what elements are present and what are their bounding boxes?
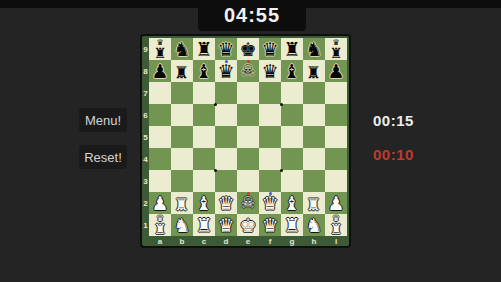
square-g7[interactable] [281, 82, 303, 104]
piece-black-pawn: ♟ [327, 62, 344, 81]
file-label-f: f [259, 236, 281, 246]
piece-black-queen: ♛ [217, 40, 234, 59]
square-c4[interactable] [193, 148, 215, 170]
square-g2[interactable]: ♝ [281, 192, 303, 214]
square-b4[interactable] [171, 148, 193, 170]
piece-white-bishop: ♝ [195, 194, 212, 213]
square-i9[interactable]: ♛♜ [325, 38, 347, 60]
piece-white-catapult: ♜ [174, 195, 189, 212]
square-f5[interactable] [259, 126, 281, 148]
square-c7[interactable] [193, 82, 215, 104]
square-a7[interactable] [149, 82, 171, 104]
piece-black-ornate-queen: ♛ [261, 62, 278, 81]
reset-button-label: Reset! [84, 150, 122, 165]
square-g1[interactable]: ♜ [281, 214, 303, 236]
square-e6[interactable] [237, 104, 259, 126]
file-labels: abcdefghi [149, 236, 347, 246]
square-f3[interactable] [259, 170, 281, 192]
square-c3[interactable] [193, 170, 215, 192]
square-h7[interactable] [303, 82, 325, 104]
square-f4[interactable] [259, 148, 281, 170]
rank-label-5: 5 [142, 126, 149, 148]
square-d6[interactable] [215, 104, 237, 126]
square-g6[interactable] [281, 104, 303, 126]
square-d7[interactable] [215, 82, 237, 104]
piece-black-rook: ♜ [283, 40, 300, 59]
square-d8[interactable]: ♛ [215, 60, 237, 82]
blue-tip-icon [225, 60, 228, 63]
square-c2[interactable]: ♝ [193, 192, 215, 214]
piece-white-pawn: ♟ [151, 194, 168, 213]
sector-dot [280, 103, 283, 106]
square-c6[interactable] [193, 104, 215, 126]
square-g3[interactable] [281, 170, 303, 192]
piece-black-bishop: ♝ [283, 62, 300, 81]
piece-black-catapult: ♜ [306, 63, 321, 80]
sector-dot [280, 169, 283, 172]
square-e8[interactable]: ☠ [237, 60, 259, 82]
clock-top: 00:15 [373, 112, 414, 129]
file-label-c: c [193, 236, 215, 246]
piece-black-catapult: ♜ [174, 63, 189, 80]
square-d3[interactable] [215, 170, 237, 192]
square-g9[interactable]: ♜ [281, 38, 303, 60]
file-label-e: e [237, 236, 259, 246]
square-d5[interactable] [215, 126, 237, 148]
reset-button[interactable]: Reset! [79, 145, 127, 169]
square-a5[interactable] [149, 126, 171, 148]
piece-black-rook: ♜ [195, 40, 212, 59]
square-b5[interactable] [171, 126, 193, 148]
main-timer: 04:55 [198, 0, 306, 31]
piece-white-crowned-rook: ♛♜ [154, 215, 167, 236]
piece-white-knight: ♞ [305, 216, 322, 235]
piece-white-knight: ♞ [173, 216, 190, 235]
square-d1[interactable]: ♛ [215, 214, 237, 236]
square-g5[interactable] [281, 126, 303, 148]
rank-label-7: 7 [142, 82, 149, 104]
menu-button-label: Menu! [85, 113, 121, 128]
piece-white-ornate-queen: ♛ [217, 194, 234, 213]
square-c8[interactable]: ♝ [193, 60, 215, 82]
square-g4[interactable] [281, 148, 303, 170]
square-f9[interactable]: ♛ [259, 38, 281, 60]
file-label-a: a [149, 236, 171, 246]
square-a2[interactable]: ♟ [149, 192, 171, 214]
piece-black-bishop: ♝ [195, 62, 212, 81]
piece-black-queen: ♛ [261, 40, 278, 59]
square-h9[interactable]: ♞ [303, 38, 325, 60]
square-i8[interactable]: ♟ [325, 60, 347, 82]
square-b7[interactable] [171, 82, 193, 104]
square-i1[interactable]: ♛♜ [325, 214, 347, 236]
square-d9[interactable]: ♛ [215, 38, 237, 60]
file-label-g: g [281, 236, 303, 246]
piece-white-bishop: ♝ [283, 194, 300, 213]
rook-base-icon: ♜ [330, 222, 343, 236]
square-e9[interactable]: ♚ [237, 38, 259, 60]
rook-base-icon: ♜ [330, 46, 343, 60]
piece-black-king: ♚ [239, 40, 256, 59]
main-timer-value: 04:55 [224, 4, 280, 27]
piece-black-knight: ♞ [305, 40, 322, 59]
square-f2[interactable]: ♛ [259, 192, 281, 214]
smoke-trail [248, 171, 249, 190]
rank-label-3: 3 [142, 170, 149, 192]
square-d4[interactable] [215, 148, 237, 170]
square-a3[interactable] [149, 170, 171, 192]
sector-dot [214, 169, 217, 172]
clock-bottom: 00:10 [373, 146, 414, 163]
square-a9[interactable]: ♛♜ [149, 38, 171, 60]
menu-button[interactable]: Menu! [79, 108, 127, 132]
rank-label-2: 2 [142, 192, 149, 214]
piece-white-catapult: ♜ [306, 195, 321, 212]
piece-black-pawn: ♟ [151, 62, 168, 81]
square-e3[interactable] [237, 170, 259, 192]
square-f7[interactable] [259, 82, 281, 104]
square-b1[interactable]: ♞ [171, 214, 193, 236]
square-i4[interactable] [325, 148, 347, 170]
square-a6[interactable] [149, 104, 171, 126]
square-b9[interactable]: ♞ [171, 38, 193, 60]
square-e7[interactable] [237, 82, 259, 104]
square-f6[interactable] [259, 104, 281, 126]
square-c9[interactable]: ♜ [193, 38, 215, 60]
chess-board: 987654321 abcdefghi ♛♜♞♜♛♚♛♜♞♛♜♟♜♝♛☠♛♝♜♟… [140, 34, 351, 248]
piece-white-crowned-rook: ♛♜ [330, 215, 343, 236]
square-f1[interactable]: ♛ [259, 214, 281, 236]
file-label-d: d [215, 236, 237, 246]
board-squares: ♛♜♞♜♛♚♛♜♞♛♜♟♜♝♛☠♛♝♜♟♟♜♝♛☠♛♝♜♟♛♜♞♜♛♚♛♜♞♛♜ [149, 38, 347, 236]
rank-labels: 987654321 [142, 38, 149, 236]
piece-white-rook: ♜ [195, 216, 212, 235]
square-h5[interactable] [303, 126, 325, 148]
rank-label-6: 6 [142, 104, 149, 126]
piece-white-king: ♚ [239, 216, 256, 235]
blue-tip-icon [269, 192, 272, 195]
square-i5[interactable] [325, 126, 347, 148]
square-h3[interactable] [303, 170, 325, 192]
square-i6[interactable] [325, 104, 347, 126]
red-fuse-icon [247, 192, 250, 195]
rank-label-8: 8 [142, 60, 149, 82]
rank-label-4: 4 [142, 148, 149, 170]
piece-white-skull-bomb: ☠ [241, 195, 255, 211]
square-g8[interactable]: ♝ [281, 60, 303, 82]
square-e4[interactable] [237, 148, 259, 170]
piece-black-knight: ♞ [173, 40, 190, 59]
file-label-i: i [325, 236, 347, 246]
piece-white-rook: ♜ [283, 216, 300, 235]
red-fuse-icon [247, 60, 250, 63]
square-h4[interactable] [303, 148, 325, 170]
square-c5[interactable] [193, 126, 215, 148]
square-i7[interactable] [325, 82, 347, 104]
sector-dot [214, 103, 217, 106]
file-label-h: h [303, 236, 325, 246]
square-e2[interactable]: ☠ [237, 192, 259, 214]
file-label-b: b [171, 236, 193, 246]
piece-white-ornate-queen: ♛ [261, 194, 278, 213]
square-h6[interactable] [303, 104, 325, 126]
square-h2[interactable]: ♜ [303, 192, 325, 214]
square-a8[interactable]: ♟ [149, 60, 171, 82]
square-a4[interactable] [149, 148, 171, 170]
rook-base-icon: ♜ [154, 222, 167, 236]
square-f8[interactable]: ♛ [259, 60, 281, 82]
square-b8[interactable]: ♜ [171, 60, 193, 82]
rank-label-1: 1 [142, 214, 149, 236]
piece-white-pawn: ♟ [327, 194, 344, 213]
square-h8[interactable]: ♜ [303, 60, 325, 82]
piece-black-ornate-queen: ♛ [217, 62, 234, 81]
square-e5[interactable] [237, 126, 259, 148]
rook-base-icon: ♜ [154, 46, 167, 60]
square-i3[interactable] [325, 170, 347, 192]
piece-white-queen: ♛ [217, 216, 234, 235]
square-a1[interactable]: ♛♜ [149, 214, 171, 236]
game-screen: 04:55 Menu! Reset! 00:15 00:10 987654321… [0, 0, 501, 282]
square-e1[interactable]: ♚ [237, 214, 259, 236]
square-d2[interactable]: ♛ [215, 192, 237, 214]
square-b2[interactable]: ♜ [171, 192, 193, 214]
square-b3[interactable] [171, 170, 193, 192]
piece-black-crowned-rook: ♛♜ [330, 39, 343, 60]
piece-black-crowned-rook: ♛♜ [154, 39, 167, 60]
square-c1[interactable]: ♜ [193, 214, 215, 236]
piece-white-queen: ♛ [261, 216, 278, 235]
square-h1[interactable]: ♞ [303, 214, 325, 236]
square-b6[interactable] [171, 104, 193, 126]
piece-black-skull-bomb: ☠ [241, 63, 255, 79]
rank-label-9: 9 [142, 38, 149, 60]
square-i2[interactable]: ♟ [325, 192, 347, 214]
